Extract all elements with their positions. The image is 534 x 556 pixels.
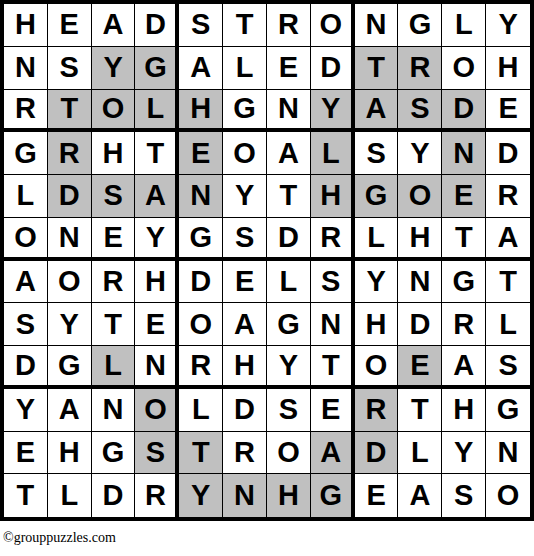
grid-cell-r4c10: Y — [398, 132, 442, 175]
grid-cell-r1c11: L — [442, 4, 486, 47]
grid-cell-r12c12: O — [486, 474, 530, 517]
grid-cell-r8c1: S — [4, 303, 48, 346]
grid-cell-r4c9: S — [355, 132, 399, 175]
grid-cell-r8c3: T — [92, 303, 136, 346]
grid-cell-r1c3: A — [92, 4, 136, 47]
grid-cell-r7c3: R — [92, 261, 136, 304]
grid-cell-r6c1: O — [4, 218, 48, 261]
grid-cell-r10c8: E — [311, 389, 355, 432]
grid-cell-r10c1: Y — [4, 389, 48, 432]
grid-cell-r4c3: H — [92, 132, 136, 175]
grid-cell-r8c12: L — [486, 303, 530, 346]
grid-cell-r2c6: L — [223, 47, 267, 90]
grid-cell-r8c9: H — [355, 303, 399, 346]
grid-cell-r6c9: L — [355, 218, 399, 261]
grid-cell-r3c4: L — [135, 90, 179, 133]
grid-cell-r11c3: G — [92, 432, 136, 475]
grid-cell-r11c8: A — [311, 432, 355, 475]
grid-cell-r6c4: Y — [135, 218, 179, 261]
grid-cell-r8c11: R — [442, 303, 486, 346]
grid-cell-r5c7: T — [267, 175, 311, 218]
grid-cell-r7c8: S — [311, 261, 355, 304]
grid-cell-r6c5: G — [179, 218, 223, 261]
grid-cell-r9c5: R — [179, 346, 223, 389]
grid-cell-r6c10: H — [398, 218, 442, 261]
grid-cell-r5c10: O — [398, 175, 442, 218]
grid-cell-r12c5: Y — [179, 474, 223, 517]
grid-cell-r2c12: H — [486, 47, 530, 90]
grid-cell-r8c8: N — [311, 303, 355, 346]
grid-cell-r11c5: T — [179, 432, 223, 475]
grid-cell-r5c5: N — [179, 175, 223, 218]
grid-cell-r4c7: A — [267, 132, 311, 175]
grid-cell-r7c5: D — [179, 261, 223, 304]
grid-cell-r3c3: O — [92, 90, 136, 133]
grid-cell-r7c7: L — [267, 261, 311, 304]
grid-cell-r3c6: G — [223, 90, 267, 133]
grid-cell-r3c12: E — [486, 90, 530, 133]
grid-cell-r9c10: E — [398, 346, 442, 389]
grid-cell-r8c5: O — [179, 303, 223, 346]
grid-cell-r10c6: D — [223, 389, 267, 432]
grid-cell-r10c5: L — [179, 389, 223, 432]
grid-cell-r10c4: O — [135, 389, 179, 432]
grid-cell-r6c7: D — [267, 218, 311, 261]
grid-cell-r11c10: L — [398, 432, 442, 475]
grid-cell-r7c1: A — [4, 261, 48, 304]
grid-cell-r12c4: R — [135, 474, 179, 517]
grid-cell-r3c1: R — [4, 90, 48, 133]
grid-cell-r9c12: S — [486, 346, 530, 389]
grid-cell-r12c9: E — [355, 474, 399, 517]
grid-cell-r9c4: N — [135, 346, 179, 389]
grid-cell-r10c7: S — [267, 389, 311, 432]
grid-cell-r7c12: T — [486, 261, 530, 304]
grid-cell-r4c2: R — [48, 132, 92, 175]
grid-cell-r10c12: G — [486, 389, 530, 432]
grid-cell-r9c11: A — [442, 346, 486, 389]
grid-cell-r3c8: Y — [311, 90, 355, 133]
grid-cell-r4c12: D — [486, 132, 530, 175]
grid-cell-r2c2: S — [48, 47, 92, 90]
grid-cell-r9c3: L — [92, 346, 136, 389]
grid-cell-r7c2: O — [48, 261, 92, 304]
grid-cell-r2c9: T — [355, 47, 399, 90]
grid-cell-r11c7: O — [267, 432, 311, 475]
grid-cell-r2c4: G — [135, 47, 179, 90]
grid-cell-r10c3: N — [92, 389, 136, 432]
grid-cell-r4c6: O — [223, 132, 267, 175]
grid-cell-r11c12: N — [486, 432, 530, 475]
grid-cell-r8c4: E — [135, 303, 179, 346]
grid-cell-r7c10: N — [398, 261, 442, 304]
grid-cell-r4c11: N — [442, 132, 486, 175]
grid-cell-r9c2: G — [48, 346, 92, 389]
grid-cell-r5c2: D — [48, 175, 92, 218]
grid-cell-r1c10: G — [398, 4, 442, 47]
grid-cell-r6c2: N — [48, 218, 92, 261]
grid-cell-r12c11: S — [442, 474, 486, 517]
grid-cell-r10c9: R — [355, 389, 399, 432]
grid-cell-r12c3: D — [92, 474, 136, 517]
grid-cell-r12c6: N — [223, 474, 267, 517]
grid-cell-r1c2: E — [48, 4, 92, 47]
grid-cell-r10c10: T — [398, 389, 442, 432]
grid-cell-r8c2: Y — [48, 303, 92, 346]
grid-cell-r2c1: N — [4, 47, 48, 90]
grid-cell-r1c1: H — [4, 4, 48, 47]
grid-cell-r10c2: A — [48, 389, 92, 432]
grid-cell-r8c6: A — [223, 303, 267, 346]
grid-cell-r11c4: S — [135, 432, 179, 475]
grid-cell-r11c11: Y — [442, 432, 486, 475]
grid-cell-r3c5: H — [179, 90, 223, 133]
grid-cell-r4c1: G — [4, 132, 48, 175]
grid-cell-r5c1: L — [4, 175, 48, 218]
sudoku-board: HEADSTRONGLYNSYGALEDTROHRTOLHGNYASDEGRHT… — [0, 0, 534, 521]
grid-cell-r8c10: D — [398, 303, 442, 346]
grid-cell-r4c4: T — [135, 132, 179, 175]
grid-cell-r2c7: E — [267, 47, 311, 90]
grid-cell-r3c9: A — [355, 90, 399, 133]
grid-cell-r5c11: E — [442, 175, 486, 218]
grid-cell-r1c9: N — [355, 4, 399, 47]
grid-cell-r11c6: R — [223, 432, 267, 475]
grid-cell-r12c2: L — [48, 474, 92, 517]
grid-cell-r3c7: N — [267, 90, 311, 133]
grid-cell-r6c12: A — [486, 218, 530, 261]
grid-cell-r3c11: D — [442, 90, 486, 133]
grid-cell-r2c3: Y — [92, 47, 136, 90]
grid-cell-r3c10: S — [398, 90, 442, 133]
grid-cell-r2c8: D — [311, 47, 355, 90]
page: HEADSTRONGLYNSYGALEDTROHRTOLHGNYASDEGRHT… — [0, 0, 534, 556]
grid-cell-r8c7: G — [267, 303, 311, 346]
grid-cell-r7c4: H — [135, 261, 179, 304]
grid-cell-r12c10: A — [398, 474, 442, 517]
grid-cell-r1c7: R — [267, 4, 311, 47]
grid-cell-r9c7: Y — [267, 346, 311, 389]
grid-cell-r5c12: R — [486, 175, 530, 218]
grid-cell-r5c3: S — [92, 175, 136, 218]
grid-cell-r1c12: Y — [486, 4, 530, 47]
grid-cell-r5c9: G — [355, 175, 399, 218]
grid-cell-r11c2: H — [48, 432, 92, 475]
grid-cell-r5c4: A — [135, 175, 179, 218]
grid-cell-r4c5: E — [179, 132, 223, 175]
grid-cell-r9c9: O — [355, 346, 399, 389]
grid-cell-r6c3: E — [92, 218, 136, 261]
grid-cell-r9c6: H — [223, 346, 267, 389]
grid-cell-r11c1: E — [4, 432, 48, 475]
grid-cell-r7c9: Y — [355, 261, 399, 304]
grid-cell-r7c6: E — [223, 261, 267, 304]
grid-cell-r12c8: G — [311, 474, 355, 517]
grid-cell-r6c6: S — [223, 218, 267, 261]
grid-cell-r1c6: T — [223, 4, 267, 47]
grid-cell-r10c11: H — [442, 389, 486, 432]
grid-cell-r2c11: O — [442, 47, 486, 90]
grid-cell-r5c8: H — [311, 175, 355, 218]
grid-cell-r2c5: A — [179, 47, 223, 90]
grid-cell-r1c4: D — [135, 4, 179, 47]
grid-cell-r12c1: T — [4, 474, 48, 517]
grid-cell-r9c1: D — [4, 346, 48, 389]
grid-cell-r2c10: R — [398, 47, 442, 90]
grid-cell-r9c8: T — [311, 346, 355, 389]
grid-cell-r4c8: L — [311, 132, 355, 175]
grid-cell-r5c6: Y — [223, 175, 267, 218]
grid-cell-r1c5: S — [179, 4, 223, 47]
grid-cell-r1c8: O — [311, 4, 355, 47]
copyright-text: ©grouppuzzles.com — [3, 530, 534, 546]
grid-cell-r7c11: G — [442, 261, 486, 304]
grid-cell-r12c7: H — [267, 474, 311, 517]
grid-cell-r6c8: R — [311, 218, 355, 261]
grid-cell-r11c9: D — [355, 432, 399, 475]
grid-cell-r3c2: T — [48, 90, 92, 133]
grid-cell-r6c11: T — [442, 218, 486, 261]
